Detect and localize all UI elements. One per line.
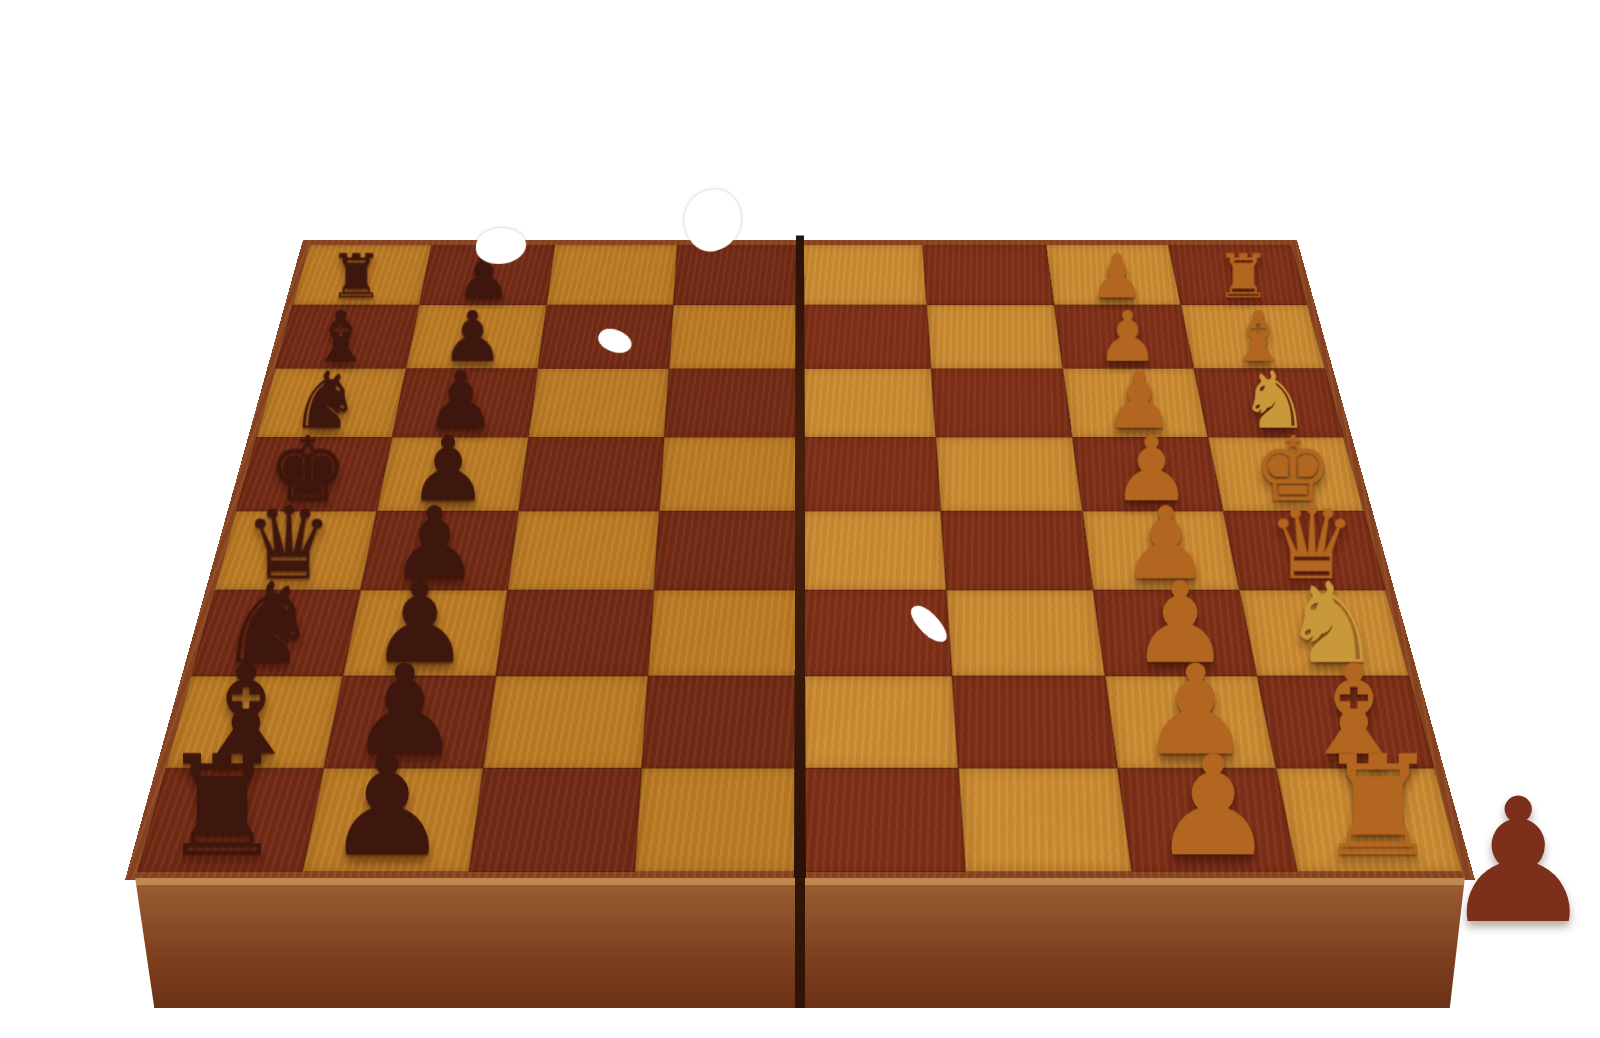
square-g5[interactable] [669,305,800,369]
light-pawn[interactable]: ♟ [1151,742,1275,874]
square-c3[interactable] [946,590,1104,676]
square-f6[interactable] [528,369,669,438]
box-front-face [116,878,1484,1008]
square-b3[interactable] [952,676,1117,769]
square-d5[interactable] [654,511,800,590]
square-g4[interactable] [800,305,931,369]
square-e3[interactable] [936,437,1082,511]
square-a4[interactable] [800,769,966,872]
square-b6[interactable] [483,676,648,769]
square-h6[interactable] [546,245,677,305]
square-b5[interactable] [641,676,800,769]
square-c5[interactable] [648,590,800,676]
spare-pawn[interactable]: ♟ [1438,780,1598,980]
dark-pawn[interactable]: ♟ [325,742,449,874]
dark-rook[interactable]: ♜ [159,742,283,874]
square-a3[interactable] [959,769,1132,872]
hinge-gap [794,235,806,887]
square-h4[interactable] [800,245,927,305]
square-f4[interactable] [800,369,936,438]
board-perspective-wrap: ♜♟♟♜♝♟♟♝♞♟♟♞♚♟♟♚♛♟♟♛♞♟♟♞♝♟♟♝♜♟♟♜ [125,240,1475,880]
square-b4[interactable] [800,676,959,769]
square-g3[interactable] [927,305,1063,369]
square-a5[interactable] [634,769,800,872]
light-rook[interactable]: ♜ [1316,742,1440,874]
square-e4[interactable] [800,437,941,511]
square-f5[interactable] [664,369,800,438]
spare-pawn-glyph: ♟ [1441,780,1595,943]
square-d4[interactable] [800,511,946,590]
square-d6[interactable] [507,511,659,590]
square-a2[interactable]: ♟ [1117,769,1297,872]
square-h3[interactable] [923,245,1054,305]
square-c6[interactable] [495,590,653,676]
scene: ♜♟♟♜♝♟♟♝♞♟♟♞♚♟♟♚♛♟♟♛♞♟♟♞♝♟♟♝♜♟♟♜ ♟ [0,0,1600,1038]
square-h5[interactable] [673,245,800,305]
square-d3[interactable] [941,511,1093,590]
square-a1[interactable]: ♜ [1276,769,1463,872]
square-a7[interactable]: ♟ [303,769,483,872]
square-f3[interactable] [931,369,1072,438]
square-e6[interactable] [518,437,664,511]
square-e5[interactable] [659,437,800,511]
box-front-seam [795,878,805,1008]
square-a8[interactable]: ♜ [137,769,324,872]
square-a6[interactable] [469,769,642,872]
